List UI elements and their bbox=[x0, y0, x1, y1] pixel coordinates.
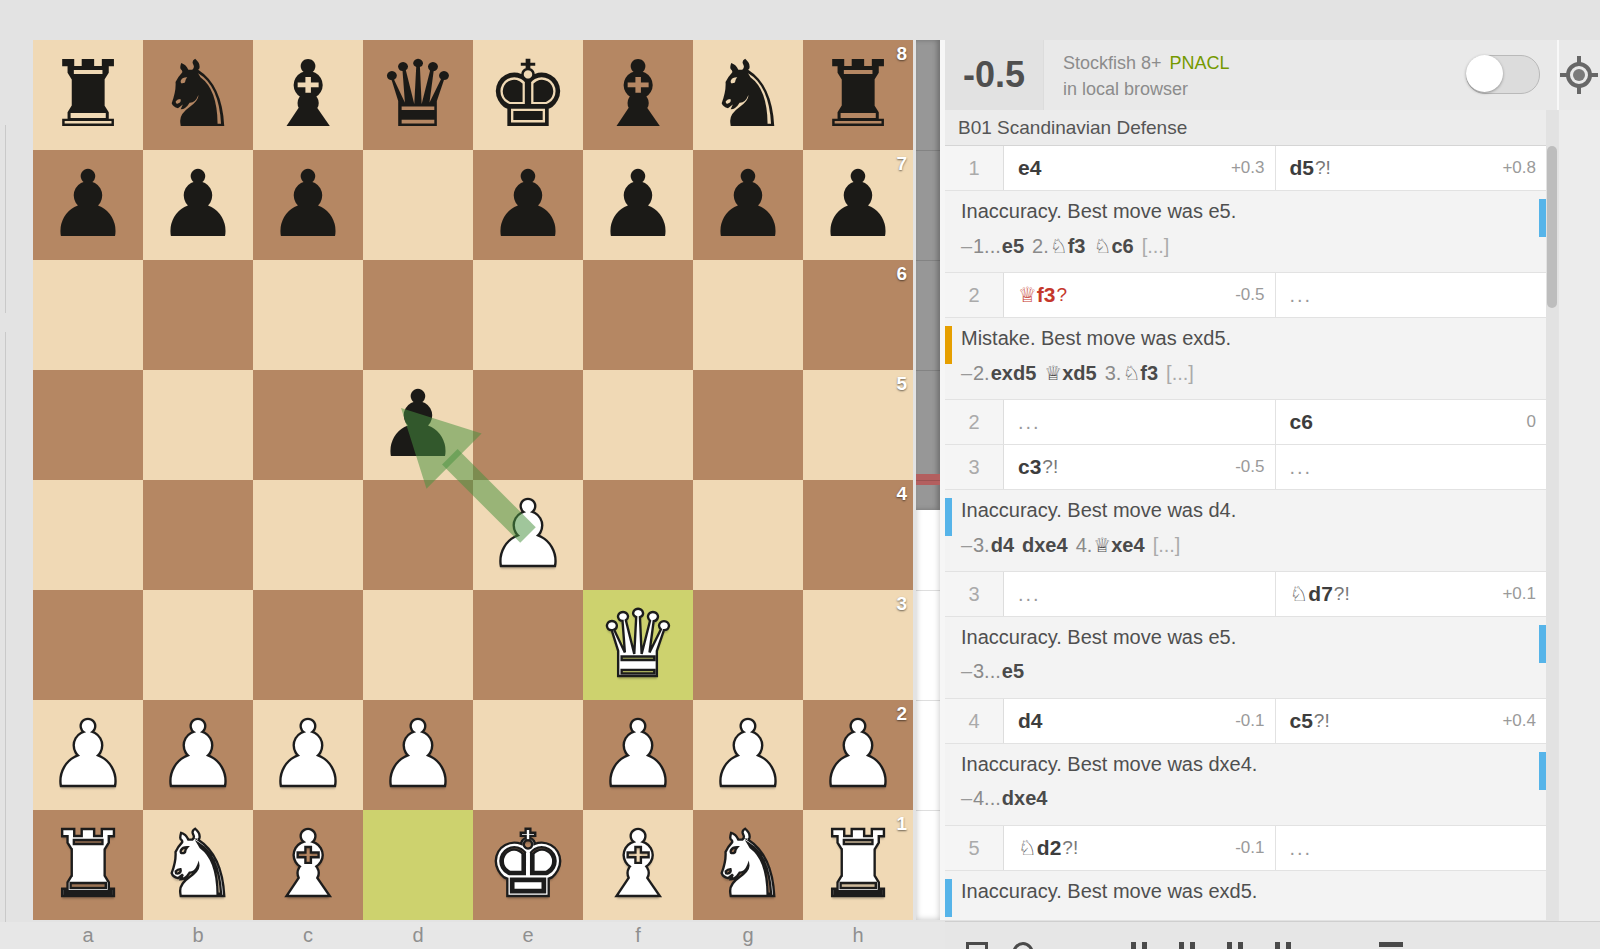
square-d3[interactable] bbox=[363, 590, 473, 700]
square-d6[interactable] bbox=[363, 260, 473, 370]
piece-white-pawn[interactable]: ♟ bbox=[267, 700, 349, 810]
square-c5[interactable] bbox=[253, 370, 363, 480]
variation-move[interactable]: dxe4 bbox=[1002, 787, 1048, 809]
square-a8[interactable]: ♜ bbox=[33, 40, 143, 150]
square-f8[interactable]: ♝ bbox=[583, 40, 693, 150]
rank-label-3: 3 bbox=[887, 593, 907, 615]
square-d1[interactable] bbox=[363, 810, 473, 920]
piece-black-knight[interactable]: ♞ bbox=[157, 40, 239, 150]
move-eval: +0.3 bbox=[1231, 158, 1265, 178]
square-a3[interactable] bbox=[33, 590, 143, 700]
square-f1[interactable]: ♝ bbox=[583, 810, 693, 920]
square-h1[interactable]: ♜1 bbox=[803, 810, 913, 920]
square-a1[interactable]: ♜ bbox=[33, 810, 143, 920]
piece-white-pawn[interactable]: ♟ bbox=[487, 480, 569, 590]
piece-black-queen[interactable]: ♛ bbox=[377, 40, 459, 150]
square-a5[interactable] bbox=[33, 370, 143, 480]
piece-white-rook[interactable]: ♜ bbox=[47, 810, 129, 920]
engine-name: Stockfish 8+ bbox=[1063, 53, 1162, 73]
file-label-b: b bbox=[183, 924, 213, 947]
square-h4[interactable]: 4 bbox=[803, 480, 913, 590]
black-move-cell[interactable]: ♘d7?!+0.1 bbox=[1276, 572, 1547, 616]
move-eval: -0.5 bbox=[1235, 457, 1264, 477]
square-b8[interactable]: ♞ bbox=[143, 40, 253, 150]
judgment-comment: Inaccuracy. Best move was e5.–3...e5 bbox=[945, 617, 1546, 699]
square-e6[interactable] bbox=[473, 260, 583, 370]
black-move-cell[interactable]: d5?!+0.8 bbox=[1276, 146, 1547, 190]
variation-move[interactable]: e5 bbox=[1002, 235, 1024, 257]
rank-label-2: 2 bbox=[887, 703, 907, 725]
left-panel-edge bbox=[5, 125, 6, 313]
white-move-cell[interactable]: e4+0.3 bbox=[1004, 146, 1276, 190]
judgment-text: Inaccuracy. Best move was exd5. bbox=[961, 880, 1532, 903]
piece-white-bishop[interactable]: ♝ bbox=[597, 810, 679, 920]
move-row: 3c3?!-0.5... bbox=[945, 445, 1546, 490]
white-move-cell[interactable]: ... bbox=[1004, 400, 1276, 444]
piece-white-queen[interactable]: ♛ bbox=[597, 590, 679, 700]
black-move-cell[interactable]: ... bbox=[1276, 445, 1547, 489]
move-row: 2♕f3?-0.5... bbox=[945, 273, 1546, 318]
square-b3[interactable] bbox=[143, 590, 253, 700]
square-e8[interactable]: ♚ bbox=[473, 40, 583, 150]
move-nag: ?! bbox=[1042, 456, 1058, 478]
move-number: 5 bbox=[945, 826, 1004, 870]
variation-token: – bbox=[961, 534, 973, 557]
move-san: ♘d2 bbox=[1018, 836, 1061, 860]
square-a7[interactable]: ♟ bbox=[33, 150, 143, 260]
move-san: e4 bbox=[1018, 156, 1041, 180]
continuation-dots: ... bbox=[1290, 284, 1313, 307]
continuation-dots: ... bbox=[1290, 837, 1313, 860]
square-g5[interactable] bbox=[693, 370, 803, 480]
move-san: d4 bbox=[1018, 709, 1043, 733]
inaccuracy-indicator-bar bbox=[945, 879, 952, 917]
judgment-text: Inaccuracy. Best move was e5. bbox=[961, 626, 1532, 649]
square-e5[interactable] bbox=[473, 370, 583, 480]
square-b5[interactable] bbox=[143, 370, 253, 480]
square-d8[interactable]: ♛ bbox=[363, 40, 473, 150]
square-f7[interactable]: ♟ bbox=[583, 150, 693, 260]
piece-black-pawn[interactable]: ♟ bbox=[707, 150, 789, 260]
piece-black-pawn[interactable]: ♟ bbox=[597, 150, 679, 260]
opening-name: B01 Scandinavian Defense bbox=[945, 110, 1546, 146]
move-nag: ?! bbox=[1315, 157, 1331, 179]
rank-label-7: 7 bbox=[887, 153, 907, 175]
move-nag: ? bbox=[1057, 284, 1068, 306]
inaccuracy-indicator-bar bbox=[1539, 625, 1546, 663]
variation-move[interactable]: exd5 bbox=[991, 362, 1037, 384]
variation-token: – bbox=[961, 235, 973, 258]
square-h5[interactable]: 5 bbox=[803, 370, 913, 480]
variation-move[interactable]: ♘c6 bbox=[1093, 235, 1133, 257]
eval-gauge bbox=[916, 40, 940, 920]
piece-white-pawn[interactable]: ♟ bbox=[597, 700, 679, 810]
move-san: c6 bbox=[1290, 410, 1313, 434]
variation-token: 1... bbox=[973, 235, 1001, 257]
continuation-dots: ... bbox=[1018, 583, 1041, 606]
variation-token: 4. bbox=[1076, 534, 1093, 556]
square-c7[interactable]: ♟ bbox=[253, 150, 363, 260]
piece-white-bishop[interactable]: ♝ bbox=[267, 810, 349, 920]
judgment-text: Inaccuracy. Best move was dxe4. bbox=[961, 753, 1532, 776]
eval-value: -0.5 bbox=[945, 40, 1044, 110]
move-row: 1e4+0.3d5?!+0.8 bbox=[945, 146, 1546, 191]
variation-token: – bbox=[961, 660, 973, 683]
file-label-h: h bbox=[843, 924, 873, 947]
piece-black-king[interactable]: ♚ bbox=[487, 40, 569, 150]
variation-token: 3. bbox=[973, 534, 990, 556]
best-line-variation: –3.d4dxe44.♕xe4[...] bbox=[961, 533, 1532, 557]
piece-black-pawn[interactable]: ♟ bbox=[267, 150, 349, 260]
judgment-text: Mistake. Best move was exd5. bbox=[961, 327, 1532, 350]
engine-toggle[interactable] bbox=[1466, 55, 1540, 94]
chess-board[interactable]: ♜♞♝♛♚♝♞♜8♟♟♟♟♟♟♟76♟5♟4♛3♟♟♟♟♟♟♟2♜♞♝♚♝♞♜1 bbox=[33, 40, 913, 920]
variation-move[interactable]: dxe4 bbox=[1022, 534, 1068, 556]
piece-black-pawn[interactable]: ♟ bbox=[157, 150, 239, 260]
square-g2[interactable]: ♟ bbox=[693, 700, 803, 810]
square-g1[interactable]: ♞ bbox=[693, 810, 803, 920]
variation-move[interactable]: ♘f3 bbox=[1050, 235, 1086, 257]
move-number: 2 bbox=[945, 273, 1004, 317]
move-number: 1 bbox=[945, 146, 1004, 190]
square-b4[interactable] bbox=[143, 480, 253, 590]
scrollbar-thumb[interactable] bbox=[1547, 146, 1557, 308]
square-h8[interactable]: ♜8 bbox=[803, 40, 913, 150]
variation-token: [...] bbox=[1153, 534, 1181, 556]
settings-gear-icon[interactable] bbox=[1562, 58, 1596, 92]
move-row: 4d4-0.1c5?!+0.4 bbox=[945, 699, 1546, 744]
move-row: 5♘d2?!-0.1... bbox=[945, 826, 1546, 871]
white-move-cell[interactable]: ♕f3?-0.5 bbox=[1004, 273, 1276, 317]
black-move-cell[interactable]: ... bbox=[1276, 826, 1547, 870]
move-number: 3 bbox=[945, 445, 1004, 489]
judgment-comment: Mistake. Best move was exd5.–2.exd5♕xd53… bbox=[945, 318, 1546, 400]
square-c3[interactable] bbox=[253, 590, 363, 700]
mistake-indicator-bar bbox=[945, 326, 952, 364]
rank-label-1: 1 bbox=[887, 813, 907, 835]
file-label-d: d bbox=[403, 924, 433, 947]
bottom-toolbar bbox=[945, 921, 1600, 949]
square-h6[interactable]: 6 bbox=[803, 260, 913, 370]
toggle-knob[interactable] bbox=[1466, 55, 1503, 92]
piece-black-pawn[interactable]: ♟ bbox=[47, 150, 129, 260]
black-move-cell[interactable]: c60 bbox=[1276, 400, 1547, 444]
piece-white-knight[interactable]: ♞ bbox=[707, 810, 789, 920]
square-c1[interactable]: ♝ bbox=[253, 810, 363, 920]
piece-black-bishop[interactable]: ♝ bbox=[267, 40, 349, 150]
square-d2[interactable]: ♟ bbox=[363, 700, 473, 810]
engine-info: Stockfish 8+PNACL in local browser bbox=[1063, 50, 1230, 102]
move-number: 4 bbox=[945, 699, 1004, 743]
white-move-cell[interactable]: ♘d2?!-0.1 bbox=[1004, 826, 1276, 870]
piece-white-pawn[interactable]: ♟ bbox=[707, 700, 789, 810]
file-coordinates: abcdefgh bbox=[0, 922, 945, 949]
square-d4[interactable] bbox=[363, 480, 473, 590]
judgment-comment: Inaccuracy. Best move was d4.–3.d4dxe44.… bbox=[945, 490, 1546, 572]
piece-white-knight[interactable]: ♞ bbox=[157, 810, 239, 920]
variation-token: – bbox=[961, 362, 973, 385]
menu-circle-icon[interactable] bbox=[1012, 942, 1034, 949]
square-e2[interactable] bbox=[473, 700, 583, 810]
inaccuracy-indicator-bar bbox=[1539, 752, 1546, 790]
move-row: 3...♘d7?!+0.1 bbox=[945, 572, 1546, 617]
square-d7[interactable] bbox=[363, 150, 473, 260]
square-e7[interactable]: ♟ bbox=[473, 150, 583, 260]
move-san: ♕f3 bbox=[1018, 283, 1056, 307]
variation-token: 3... bbox=[973, 660, 1001, 682]
best-line-variation: –1...e52.♘f3♘c6[...] bbox=[961, 234, 1532, 258]
move-san: d5 bbox=[1290, 156, 1315, 180]
engine-header: -0.5 Stockfish 8+PNACL in local browser bbox=[945, 40, 1600, 110]
next-move-icon[interactable] bbox=[1227, 942, 1249, 949]
black-move-cell[interactable]: c5?!+0.4 bbox=[1276, 699, 1547, 743]
judgment-comment: Inaccuracy. Best move was e5.–1...e52.♘f… bbox=[945, 191, 1546, 273]
best-line-variation: –3...e5 bbox=[961, 660, 1532, 683]
best-line-variation: –2.exd5♕xd53.♘f3[...] bbox=[961, 361, 1532, 385]
left-panel-edge bbox=[5, 332, 6, 922]
variation-move[interactable]: d4 bbox=[991, 534, 1014, 556]
move-eval: -0.5 bbox=[1235, 285, 1264, 305]
move-eval: -0.1 bbox=[1235, 711, 1264, 731]
black-move-cell[interactable]: ... bbox=[1276, 273, 1547, 317]
move-eval: +0.4 bbox=[1502, 711, 1536, 731]
white-move-cell[interactable]: d4-0.1 bbox=[1004, 699, 1276, 743]
continuation-dots: ... bbox=[1290, 456, 1313, 479]
judgment-text: Inaccuracy. Best move was d4. bbox=[961, 499, 1532, 522]
square-g8[interactable]: ♞ bbox=[693, 40, 803, 150]
move-number: 2 bbox=[945, 400, 1004, 444]
square-c6[interactable] bbox=[253, 260, 363, 370]
square-f6[interactable] bbox=[583, 260, 693, 370]
piece-white-pawn[interactable]: ♟ bbox=[157, 700, 239, 810]
square-e4[interactable]: ♟ bbox=[473, 480, 583, 590]
variation-token: [...] bbox=[1142, 235, 1170, 257]
variation-move[interactable]: ♕xd5 bbox=[1044, 362, 1096, 384]
variation-token: – bbox=[961, 787, 973, 810]
judgment-comment: Inaccuracy. Best move was dxe4.–4...dxe4 bbox=[945, 744, 1546, 826]
engine-tech: PNACL bbox=[1170, 53, 1230, 73]
piece-white-pawn[interactable]: ♟ bbox=[47, 700, 129, 810]
square-g6[interactable] bbox=[693, 260, 803, 370]
right-column bbox=[1559, 110, 1600, 949]
move-eval: -0.1 bbox=[1235, 838, 1264, 858]
rank-label-8: 8 bbox=[887, 43, 907, 65]
variation-token: 4... bbox=[973, 787, 1001, 809]
square-a6[interactable] bbox=[33, 260, 143, 370]
move-number: 3 bbox=[945, 572, 1004, 616]
square-h7[interactable]: ♟7 bbox=[803, 150, 913, 260]
judgment-text: Inaccuracy. Best move was e5. bbox=[961, 200, 1532, 223]
square-b1[interactable]: ♞ bbox=[143, 810, 253, 920]
variation-move[interactable]: ♕xe4 bbox=[1093, 534, 1144, 556]
rank-label-4: 4 bbox=[887, 483, 907, 505]
continuation-dots: ... bbox=[1018, 411, 1041, 434]
rank-label-6: 6 bbox=[887, 263, 907, 285]
square-g4[interactable] bbox=[693, 480, 803, 590]
square-e1[interactable]: ♚ bbox=[473, 810, 583, 920]
file-label-f: f bbox=[623, 924, 653, 947]
header-divider bbox=[1557, 40, 1559, 110]
judgment-comment: Inaccuracy. Best move was exd5. bbox=[945, 871, 1546, 921]
move-nag: ?! bbox=[1062, 837, 1078, 859]
move-nag: ?! bbox=[1334, 583, 1350, 605]
square-a4[interactable] bbox=[33, 480, 143, 590]
square-f5[interactable] bbox=[583, 370, 693, 480]
square-c4[interactable] bbox=[253, 480, 363, 590]
engine-location: in local browser bbox=[1063, 76, 1230, 102]
move-row: 2...c60 bbox=[945, 400, 1546, 445]
square-e3[interactable] bbox=[473, 590, 583, 700]
square-h3[interactable]: 3 bbox=[803, 590, 913, 700]
piece-black-knight[interactable]: ♞ bbox=[707, 40, 789, 150]
move-san: c3 bbox=[1018, 455, 1041, 479]
move-eval: +0.8 bbox=[1502, 158, 1536, 178]
white-move-cell[interactable]: ... bbox=[1004, 572, 1276, 616]
square-c8[interactable]: ♝ bbox=[253, 40, 363, 150]
square-g7[interactable]: ♟ bbox=[693, 150, 803, 260]
square-b2[interactable]: ♟ bbox=[143, 700, 253, 810]
move-eval: +0.1 bbox=[1502, 584, 1536, 604]
square-b6[interactable] bbox=[143, 260, 253, 370]
piece-black-bishop[interactable]: ♝ bbox=[597, 40, 679, 150]
square-b7[interactable]: ♟ bbox=[143, 150, 253, 260]
square-a2[interactable]: ♟ bbox=[33, 700, 143, 810]
variation-move[interactable]: e5 bbox=[1002, 660, 1024, 682]
square-c2[interactable]: ♟ bbox=[253, 700, 363, 810]
last-move-icon[interactable] bbox=[1275, 942, 1297, 949]
eval-gauge-black-share bbox=[916, 40, 940, 510]
variation-move[interactable]: ♘f3 bbox=[1122, 362, 1158, 384]
variation-token: 2. bbox=[1032, 235, 1049, 257]
file-label-a: a bbox=[73, 924, 103, 947]
square-g3[interactable] bbox=[693, 590, 803, 700]
square-f3[interactable]: ♛ bbox=[583, 590, 693, 700]
prev-move-icon[interactable] bbox=[1179, 942, 1201, 949]
first-move-icon[interactable] bbox=[1131, 942, 1153, 949]
piece-black-pawn[interactable]: ♟ bbox=[377, 370, 459, 480]
piece-white-king[interactable]: ♚ bbox=[487, 810, 569, 920]
white-move-cell[interactable]: c3?!-0.5 bbox=[1004, 445, 1276, 489]
piece-white-pawn[interactable]: ♟ bbox=[377, 700, 459, 810]
inaccuracy-indicator-bar bbox=[1539, 199, 1546, 237]
move-eval: 0 bbox=[1527, 412, 1536, 432]
inaccuracy-indicator-bar bbox=[945, 498, 952, 536]
square-f2[interactable]: ♟ bbox=[583, 700, 693, 810]
board-icon[interactable] bbox=[966, 942, 988, 949]
file-label-c: c bbox=[293, 924, 323, 947]
move-list: 1e4+0.3d5?!+0.8Inaccuracy. Best move was… bbox=[945, 146, 1546, 921]
piece-black-rook[interactable]: ♜ bbox=[47, 40, 129, 150]
best-line-variation: –4...dxe4 bbox=[961, 787, 1532, 810]
file-label-g: g bbox=[733, 924, 763, 947]
file-label-e: e bbox=[513, 924, 543, 947]
piece-black-pawn[interactable]: ♟ bbox=[487, 150, 569, 260]
rank-label-5: 5 bbox=[887, 373, 907, 395]
square-f4[interactable] bbox=[583, 480, 693, 590]
square-h2[interactable]: ♟2 bbox=[803, 700, 913, 810]
variation-token: 3. bbox=[1105, 362, 1122, 384]
square-d5[interactable]: ♟ bbox=[363, 370, 473, 480]
variation-token: 2. bbox=[973, 362, 990, 384]
move-nag: ?! bbox=[1314, 710, 1330, 732]
variation-token: [...] bbox=[1166, 362, 1194, 384]
analysis-page: ♜♞♝♛♚♝♞♜8♟♟♟♟♟♟♟76♟5♟4♛3♟♟♟♟♟♟♟2♜♞♝♚♝♞♜1… bbox=[0, 0, 1600, 949]
move-san: ♘d7 bbox=[1290, 582, 1333, 606]
hamburger-icon[interactable] bbox=[1379, 942, 1403, 947]
move-san: c5 bbox=[1290, 709, 1313, 733]
